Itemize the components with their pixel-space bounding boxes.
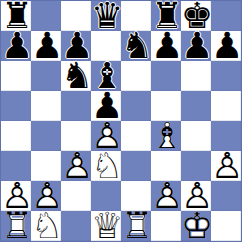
square-c3[interactable]: ♟♙ <box>61 151 91 181</box>
piece-fill-glyph: ♟ <box>1 31 31 61</box>
piece-outline-glyph: ♖ <box>121 211 151 241</box>
piece-white-knight[interactable]: ♞♘ <box>91 151 121 181</box>
square-g5[interactable] <box>181 91 211 121</box>
piece-black-queen[interactable]: ♛ <box>91 1 121 31</box>
piece-white-rook[interactable]: ♜♖ <box>121 211 151 241</box>
square-e6[interactable] <box>121 61 151 91</box>
piece-outline-glyph: ♘ <box>31 211 61 241</box>
square-h1[interactable] <box>211 211 241 241</box>
piece-outline-glyph: ♖ <box>1 211 31 241</box>
piece-white-rook[interactable]: ♜♖ <box>1 211 31 241</box>
square-a5[interactable] <box>1 91 31 121</box>
square-h7[interactable]: ♟ <box>211 31 241 61</box>
square-a1[interactable]: ♜♖ <box>1 211 31 241</box>
square-e3[interactable] <box>121 151 151 181</box>
piece-black-knight[interactable]: ♞ <box>61 61 91 91</box>
square-d1[interactable]: ♛♕ <box>91 211 121 241</box>
square-e5[interactable] <box>121 91 151 121</box>
piece-fill-glyph: ♟ <box>211 31 241 61</box>
piece-black-pawn[interactable]: ♟ <box>151 31 181 61</box>
square-g6[interactable] <box>181 61 211 91</box>
piece-fill-glyph: ♟ <box>151 31 181 61</box>
piece-white-bishop[interactable]: ♝♗ <box>151 121 181 151</box>
square-e7[interactable]: ♞ <box>121 31 151 61</box>
square-a4[interactable] <box>1 121 31 151</box>
square-b7[interactable]: ♟ <box>31 31 61 61</box>
square-g4[interactable] <box>181 121 211 151</box>
square-h3[interactable]: ♟♙ <box>211 151 241 181</box>
square-d3[interactable]: ♞♘ <box>91 151 121 181</box>
square-h2[interactable] <box>211 181 241 211</box>
piece-outline-glyph: ♘ <box>91 151 121 181</box>
piece-black-pawn[interactable]: ♟ <box>211 31 241 61</box>
square-f2[interactable]: ♟♙ <box>151 181 181 211</box>
square-f1[interactable] <box>151 211 181 241</box>
square-a7[interactable]: ♟ <box>1 31 31 61</box>
piece-outline-glyph: ♕ <box>91 211 121 241</box>
piece-black-knight[interactable]: ♞ <box>121 31 151 61</box>
square-f6[interactable] <box>151 61 181 91</box>
piece-fill-glyph: ♞ <box>61 61 91 91</box>
square-c5[interactable] <box>61 91 91 121</box>
piece-white-pawn[interactable]: ♟♙ <box>151 181 181 211</box>
piece-fill-glyph: ♛ <box>91 1 121 31</box>
square-b4[interactable] <box>31 121 61 151</box>
square-c6[interactable]: ♞ <box>61 61 91 91</box>
square-b6[interactable] <box>31 61 61 91</box>
piece-fill-glyph: ♞ <box>121 31 151 61</box>
square-a6[interactable] <box>1 61 31 91</box>
square-e4[interactable] <box>121 121 151 151</box>
piece-black-pawn[interactable]: ♟ <box>181 31 211 61</box>
square-g7[interactable]: ♟ <box>181 31 211 61</box>
square-f7[interactable]: ♟ <box>151 31 181 61</box>
piece-fill-glyph: ♟ <box>31 31 61 61</box>
piece-white-knight[interactable]: ♞♘ <box>31 211 61 241</box>
square-b5[interactable] <box>31 91 61 121</box>
piece-white-queen[interactable]: ♛♕ <box>91 211 121 241</box>
square-c2[interactable] <box>61 181 91 211</box>
piece-black-pawn[interactable]: ♟ <box>1 31 31 61</box>
square-f4[interactable]: ♝♗ <box>151 121 181 151</box>
piece-outline-glyph: ♙ <box>61 151 91 181</box>
square-e1[interactable]: ♜♖ <box>121 211 151 241</box>
square-d8[interactable]: ♛ <box>91 1 121 31</box>
piece-outline-glyph: ♙ <box>151 181 181 211</box>
piece-white-pawn[interactable]: ♟♙ <box>61 151 91 181</box>
square-h6[interactable] <box>211 61 241 91</box>
piece-outline-glyph: ♙ <box>211 151 241 181</box>
piece-white-pawn[interactable]: ♟♙ <box>211 151 241 181</box>
piece-outline-glyph: ♗ <box>151 121 181 151</box>
piece-fill-glyph: ♟ <box>181 31 211 61</box>
square-c1[interactable] <box>61 211 91 241</box>
chess-board: ♜♛♜♚♟♟♟♞♟♟♟♞♝♟♟♙♝♗♟♙♞♘♟♙♟♙♟♙♟♙♟♙♜♖♞♘♛♕♜♖… <box>0 0 242 242</box>
square-b1[interactable]: ♞♘ <box>31 211 61 241</box>
piece-white-king[interactable]: ♚♔ <box>181 211 211 241</box>
square-g1[interactable]: ♚♔ <box>181 211 211 241</box>
square-h5[interactable] <box>211 91 241 121</box>
piece-black-pawn[interactable]: ♟ <box>31 31 61 61</box>
piece-outline-glyph: ♔ <box>181 211 211 241</box>
